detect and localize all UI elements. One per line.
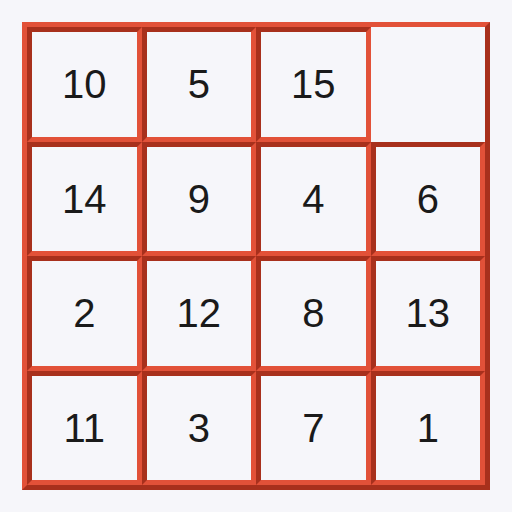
tile-6[interactable]: 6 xyxy=(371,142,486,257)
tile-3[interactable]: 3 xyxy=(142,371,257,486)
tile-14[interactable]: 14 xyxy=(27,142,142,257)
tile-5[interactable]: 5 xyxy=(142,27,257,142)
tile-2[interactable]: 2 xyxy=(27,256,142,371)
puzzle-screen: 10 5 15 14 9 4 6 2 12 8 13 11 3 7 1 xyxy=(0,0,512,512)
tile-8[interactable]: 8 xyxy=(256,256,371,371)
tile-1[interactable]: 1 xyxy=(371,371,486,486)
tile-15[interactable]: 15 xyxy=(256,27,371,142)
tile-11[interactable]: 11 xyxy=(27,371,142,486)
tile-10[interactable]: 10 xyxy=(27,27,142,142)
empty-cell xyxy=(371,27,486,142)
tile-9[interactable]: 9 xyxy=(142,142,257,257)
tile-7[interactable]: 7 xyxy=(256,371,371,486)
tile-12[interactable]: 12 xyxy=(142,256,257,371)
fifteen-puzzle-board: 10 5 15 14 9 4 6 2 12 8 13 11 3 7 1 xyxy=(22,22,490,490)
tile-4[interactable]: 4 xyxy=(256,142,371,257)
tile-13[interactable]: 13 xyxy=(371,256,486,371)
